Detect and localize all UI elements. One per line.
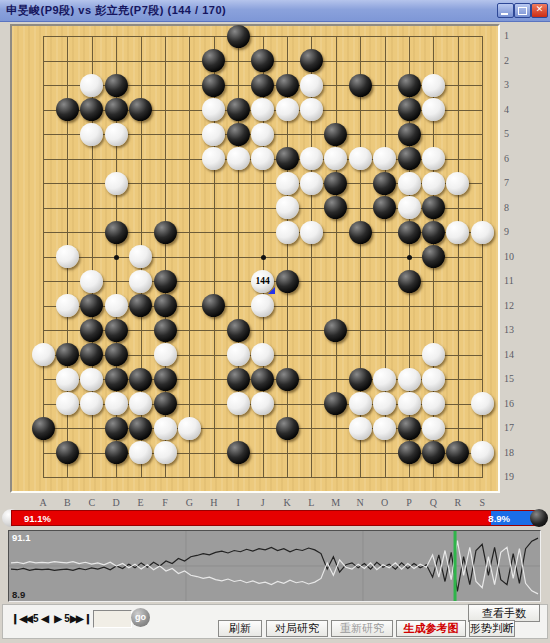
stone-P16[interactable] <box>398 392 421 415</box>
row-label-12: 12 <box>504 300 520 311</box>
stone-I15[interactable] <box>227 368 250 391</box>
star-point <box>114 255 119 260</box>
black-winrate-label: 8.9% <box>488 513 510 524</box>
stone-L2[interactable] <box>300 49 323 72</box>
stone-Q9[interactable] <box>422 221 445 244</box>
stone-F9[interactable] <box>154 221 177 244</box>
stone-E17[interactable] <box>129 417 152 440</box>
row-label-7: 7 <box>504 177 520 188</box>
column-label-E: E <box>134 497 148 508</box>
column-label-B: B <box>60 497 74 508</box>
refresh-button[interactable]: 刷新 <box>218 620 262 637</box>
stone-F17[interactable] <box>154 417 177 440</box>
stone-F15[interactable] <box>154 368 177 391</box>
stone-Q14[interactable] <box>422 343 445 366</box>
stone-K8[interactable] <box>276 196 299 219</box>
grid-line-horizontal <box>43 477 483 478</box>
stone-J16[interactable] <box>251 392 274 415</box>
app-window: 申旻峻(P9段) vs 彭立尭(P7段) (144 / 170) ✕ 144 A… <box>0 0 550 643</box>
column-label-S: S <box>475 497 489 508</box>
column-label-H: H <box>207 497 221 508</box>
stone-I13[interactable] <box>227 319 250 342</box>
stone-L3[interactable] <box>300 74 323 97</box>
stone-L4[interactable] <box>300 98 323 121</box>
stone-J2[interactable] <box>251 49 274 72</box>
stone-Q15[interactable] <box>422 368 445 391</box>
stone-G17[interactable] <box>178 417 201 440</box>
stone-P3[interactable] <box>398 74 421 97</box>
stone-B14[interactable] <box>56 343 79 366</box>
stone-E18[interactable] <box>129 441 152 464</box>
stone-D14[interactable] <box>105 343 128 366</box>
stone-Q4[interactable] <box>422 98 445 121</box>
stone-O8[interactable] <box>373 196 396 219</box>
stone-Q3[interactable] <box>422 74 445 97</box>
stone-D4[interactable] <box>105 98 128 121</box>
row-label-1: 1 <box>504 30 520 41</box>
row-label-11: 11 <box>504 275 520 286</box>
stone-H2[interactable] <box>202 49 225 72</box>
stone-J4[interactable] <box>251 98 274 121</box>
winrate-graph-plot <box>9 531 540 601</box>
stone-D7[interactable] <box>105 172 128 195</box>
stone-F12[interactable] <box>154 294 177 317</box>
stone-J6[interactable] <box>251 147 274 170</box>
stone-J15[interactable] <box>251 368 274 391</box>
row-label-17: 17 <box>504 422 520 433</box>
stone-F18[interactable] <box>154 441 177 464</box>
row-label-18: 18 <box>504 447 520 458</box>
stone-C16[interactable] <box>80 392 103 415</box>
row-label-13: 13 <box>504 324 520 335</box>
stone-O7[interactable] <box>373 172 396 195</box>
stone-Q8[interactable] <box>422 196 445 219</box>
stone-R7[interactable] <box>446 172 469 195</box>
stone-E12[interactable] <box>129 294 152 317</box>
stone-C5[interactable] <box>80 123 103 146</box>
go-button[interactable]: go <box>131 608 150 627</box>
stone-D13[interactable] <box>105 319 128 342</box>
stone-I14[interactable] <box>227 343 250 366</box>
stone-N9[interactable] <box>349 221 372 244</box>
maximize-icon <box>518 7 527 15</box>
stone-K7[interactable] <box>276 172 299 195</box>
column-label-A: A <box>36 497 50 508</box>
stone-L7[interactable] <box>300 172 323 195</box>
stone-A17[interactable] <box>32 417 55 440</box>
stone-Q7[interactable] <box>422 172 445 195</box>
stone-P9[interactable] <box>398 221 421 244</box>
stone-M7[interactable] <box>324 172 347 195</box>
stone-B12[interactable] <box>56 294 79 317</box>
column-label-I: I <box>231 497 245 508</box>
stone-B15[interactable] <box>56 368 79 391</box>
stone-E11[interactable] <box>129 270 152 293</box>
nav-last-button[interactable]: ▶❙ <box>76 611 92 626</box>
stone-M8[interactable] <box>324 196 347 219</box>
row-label-3: 3 <box>504 79 520 90</box>
stone-D16[interactable] <box>105 392 128 415</box>
stone-H6[interactable] <box>202 147 225 170</box>
stone-C3[interactable] <box>80 74 103 97</box>
go-board[interactable]: 144 <box>10 24 500 493</box>
row-label-9: 9 <box>504 226 520 237</box>
stone-K3[interactable] <box>276 74 299 97</box>
star-point <box>261 255 266 260</box>
stone-J12[interactable] <box>251 294 274 317</box>
column-label-R: R <box>451 497 465 508</box>
stone-N16[interactable] <box>349 392 372 415</box>
stone-C12[interactable] <box>80 294 103 317</box>
stone-C13[interactable] <box>80 319 103 342</box>
stone-M6[interactable] <box>324 147 347 170</box>
game-research-button[interactable]: 对局研究 <box>266 620 328 637</box>
current-move-marker <box>268 287 275 294</box>
stone-O16[interactable] <box>373 392 396 415</box>
row-label-5: 5 <box>504 128 520 139</box>
winrate-track: 91.1% 8.9% <box>11 510 539 526</box>
stone-L6[interactable] <box>300 147 323 170</box>
black-stone-icon <box>530 509 548 527</box>
stone-Q10[interactable] <box>422 245 445 268</box>
stone-P11[interactable] <box>398 270 421 293</box>
window-title: 申旻峻(P9段) vs 彭立尭(P7段) (144 / 170) <box>6 3 226 18</box>
maximize-button[interactable] <box>514 3 531 18</box>
stone-C4[interactable] <box>80 98 103 121</box>
re-research-button[interactable]: 重新研究 <box>331 620 393 637</box>
stone-O6[interactable] <box>373 147 396 170</box>
stone-D3[interactable] <box>105 74 128 97</box>
row-label-6: 6 <box>504 153 520 164</box>
column-label-N: N <box>353 497 367 508</box>
stone-D12[interactable] <box>105 294 128 317</box>
stone-N3[interactable] <box>349 74 372 97</box>
grid-line-vertical <box>458 36 459 478</box>
stone-P5[interactable] <box>398 123 421 146</box>
stone-B18[interactable] <box>56 441 79 464</box>
stone-D5[interactable] <box>105 123 128 146</box>
column-label-K: K <box>280 497 294 508</box>
stone-K11[interactable] <box>276 270 299 293</box>
stone-F16[interactable] <box>154 392 177 415</box>
stone-N6[interactable] <box>349 147 372 170</box>
stone-I18[interactable] <box>227 441 250 464</box>
stone-B16[interactable] <box>56 392 79 415</box>
stone-M5[interactable] <box>324 123 347 146</box>
stone-F11[interactable] <box>154 270 177 293</box>
position-judge-button[interactable]: 形势判断 <box>469 620 515 637</box>
stone-P6[interactable] <box>398 147 421 170</box>
column-label-D: D <box>109 497 123 508</box>
stone-H5[interactable] <box>202 123 225 146</box>
stone-E10[interactable] <box>129 245 152 268</box>
stone-C15[interactable] <box>80 368 103 391</box>
stone-C14[interactable] <box>80 343 103 366</box>
stone-S9[interactable] <box>471 221 494 244</box>
stone-Q6[interactable] <box>422 147 445 170</box>
stone-E4[interactable] <box>129 98 152 121</box>
winrate-graph[interactable]: 91.1 8.9 <box>8 530 541 602</box>
stone-S16[interactable] <box>471 392 494 415</box>
stone-P7[interactable] <box>398 172 421 195</box>
stone-Q18[interactable] <box>422 441 445 464</box>
stone-S18[interactable] <box>471 441 494 464</box>
row-label-14: 14 <box>504 349 520 360</box>
row-label-16: 16 <box>504 398 520 409</box>
row-label-19: 19 <box>504 471 520 482</box>
minimize-button[interactable] <box>497 3 514 18</box>
stone-A14[interactable] <box>32 343 55 366</box>
stone-K4[interactable] <box>276 98 299 121</box>
generate-reference-button[interactable]: 生成参考图 <box>396 620 466 637</box>
stone-B4[interactable] <box>56 98 79 121</box>
stone-N17[interactable] <box>349 417 372 440</box>
column-label-M: M <box>329 497 343 508</box>
stone-M13[interactable] <box>324 319 347 342</box>
column-label-F: F <box>158 497 172 508</box>
stone-P17[interactable] <box>398 417 421 440</box>
column-label-O: O <box>378 497 392 508</box>
stone-D15[interactable] <box>105 368 128 391</box>
stone-H3[interactable] <box>202 74 225 97</box>
stone-I1[interactable] <box>227 25 250 48</box>
white-winrate-label: 91.1% <box>24 513 51 524</box>
stone-F13[interactable] <box>154 319 177 342</box>
stone-K17[interactable] <box>276 417 299 440</box>
stone-P4[interactable] <box>398 98 421 121</box>
stone-P15[interactable] <box>398 368 421 391</box>
winrate-bar: 91.1% 8.9% <box>2 509 548 527</box>
row-label-10: 10 <box>504 251 520 262</box>
stone-N15[interactable] <box>349 368 372 391</box>
stone-I6[interactable] <box>227 147 250 170</box>
stone-C11[interactable] <box>80 270 103 293</box>
stone-D9[interactable] <box>105 221 128 244</box>
stone-B10[interactable] <box>56 245 79 268</box>
row-label-8: 8 <box>504 202 520 213</box>
stone-E16[interactable] <box>129 392 152 415</box>
column-label-L: L <box>304 497 318 508</box>
stone-H4[interactable] <box>202 98 225 121</box>
stone-Q16[interactable] <box>422 392 445 415</box>
stone-J14[interactable] <box>251 343 274 366</box>
stone-J11[interactable]: 144 <box>251 270 274 293</box>
column-label-G: G <box>182 497 196 508</box>
stone-D17[interactable] <box>105 417 128 440</box>
stone-H12[interactable] <box>202 294 225 317</box>
stone-R18[interactable] <box>446 441 469 464</box>
column-label-Q: Q <box>426 497 440 508</box>
column-label-P: P <box>402 497 416 508</box>
title-bar: 申旻峻(P9段) vs 彭立尭(P7段) (144 / 170) ✕ <box>0 0 550 22</box>
stone-M16[interactable] <box>324 392 347 415</box>
stone-O17[interactable] <box>373 417 396 440</box>
stone-I5[interactable] <box>227 123 250 146</box>
stone-I16[interactable] <box>227 392 250 415</box>
column-label-J: J <box>256 497 270 508</box>
stone-P18[interactable] <box>398 441 421 464</box>
stone-F14[interactable] <box>154 343 177 366</box>
stone-D18[interactable] <box>105 441 128 464</box>
stone-K9[interactable] <box>276 221 299 244</box>
stone-L9[interactable] <box>300 221 323 244</box>
stone-R9[interactable] <box>446 221 469 244</box>
stone-K6[interactable] <box>276 147 299 170</box>
stone-Q17[interactable] <box>422 417 445 440</box>
close-button[interactable]: ✕ <box>531 3 548 18</box>
stone-O15[interactable] <box>373 368 396 391</box>
stone-K15[interactable] <box>276 368 299 391</box>
move-number-input[interactable] <box>93 610 132 628</box>
star-point <box>407 255 412 260</box>
row-label-4: 4 <box>504 104 520 115</box>
row-label-15: 15 <box>504 373 520 384</box>
column-label-C: C <box>85 497 99 508</box>
stone-E15[interactable] <box>129 368 152 391</box>
stone-P8[interactable] <box>398 196 421 219</box>
stone-J5[interactable] <box>251 123 274 146</box>
stone-J3[interactable] <box>251 74 274 97</box>
row-label-2: 2 <box>504 55 520 66</box>
minimize-icon <box>501 13 508 15</box>
stone-I4[interactable] <box>227 98 250 121</box>
